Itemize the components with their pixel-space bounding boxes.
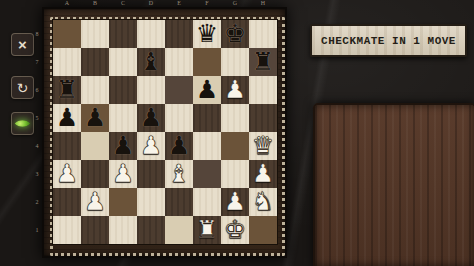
piece-black-pawn-b5[interactable]: ♟ <box>81 104 109 132</box>
square-c5[interactable] <box>109 104 137 132</box>
square-e4[interactable]: ♟ <box>165 132 193 160</box>
undo-button[interactable]: ↻ <box>11 76 34 99</box>
rank-label-8: 8 <box>33 20 41 48</box>
square-g7[interactable] <box>221 48 249 76</box>
piece-white-bishop-e3[interactable]: ♝ <box>165 160 193 188</box>
close-icon: × <box>18 37 27 52</box>
square-c3[interactable]: ♟ <box>109 160 137 188</box>
piece-black-rook-a6[interactable]: ♜ <box>53 76 81 104</box>
piece-black-pawn-a5[interactable]: ♟ <box>53 104 81 132</box>
square-b3[interactable] <box>81 160 109 188</box>
hint-button[interactable] <box>11 112 34 135</box>
square-d3[interactable] <box>137 160 165 188</box>
square-f3[interactable] <box>193 160 221 188</box>
square-c4[interactable]: ♟ <box>109 132 137 160</box>
square-d6[interactable] <box>137 76 165 104</box>
square-f5[interactable] <box>193 104 221 132</box>
square-a1[interactable] <box>53 216 81 244</box>
square-a2[interactable] <box>53 188 81 216</box>
square-h2[interactable]: ♞ <box>249 188 277 216</box>
rank-label-4: 4 <box>33 132 41 160</box>
square-c2[interactable] <box>109 188 137 216</box>
piece-white-pawn-c3[interactable]: ♟ <box>109 160 137 188</box>
file-label-c: C <box>109 0 137 6</box>
file-label-b: B <box>81 0 109 6</box>
square-e3[interactable]: ♝ <box>165 160 193 188</box>
piece-black-bishop-d7[interactable]: ♝ <box>137 48 165 76</box>
square-e7[interactable] <box>165 48 193 76</box>
square-d1[interactable] <box>137 216 165 244</box>
square-f8[interactable]: ♛ <box>193 20 221 48</box>
piece-black-pawn-d5[interactable]: ♟ <box>137 104 165 132</box>
square-d7[interactable]: ♝ <box>137 48 165 76</box>
square-a8[interactable] <box>53 20 81 48</box>
square-g5[interactable] <box>221 104 249 132</box>
hint-leaf-icon <box>15 116 31 132</box>
puzzle-objective-text: CHECKMATE IN 1 MOVE <box>321 35 456 47</box>
file-label-a: A <box>53 0 81 6</box>
square-g3[interactable] <box>221 160 249 188</box>
rank-label-1: 1 <box>33 216 41 244</box>
file-label-f: F <box>193 0 221 6</box>
side-wood-panel <box>313 103 474 266</box>
square-h1[interactable] <box>249 216 277 244</box>
square-d2[interactable] <box>137 188 165 216</box>
square-h4[interactable]: ♛ <box>249 132 277 160</box>
chess-board: ♛♚♝♜♜♟♟♟♟♟♟♟♟♛♟♟♝♟♟♟♞♜♚ <box>53 20 277 244</box>
square-h7[interactable]: ♜ <box>249 48 277 76</box>
undo-icon: ↻ <box>17 81 29 95</box>
square-g8[interactable]: ♚ <box>221 20 249 48</box>
square-d5[interactable]: ♟ <box>137 104 165 132</box>
rank-label-2: 2 <box>33 188 41 216</box>
square-e5[interactable] <box>165 104 193 132</box>
square-f4[interactable] <box>193 132 221 160</box>
square-d8[interactable] <box>137 20 165 48</box>
rank-label-5: 5 <box>33 104 41 132</box>
square-g6[interactable]: ♟ <box>221 76 249 104</box>
piece-black-rook-h7[interactable]: ♜ <box>249 48 277 76</box>
square-c1[interactable] <box>109 216 137 244</box>
square-a3[interactable]: ♟ <box>53 160 81 188</box>
square-g1[interactable]: ♚ <box>221 216 249 244</box>
piece-white-pawn-a3[interactable]: ♟ <box>53 160 81 188</box>
square-e8[interactable] <box>165 20 193 48</box>
rank-label-6: 6 <box>33 76 41 104</box>
piece-white-pawn-d4[interactable]: ♟ <box>137 132 165 160</box>
square-a5[interactable]: ♟ <box>53 104 81 132</box>
square-c7[interactable] <box>109 48 137 76</box>
piece-white-pawn-h3[interactable]: ♟ <box>249 160 277 188</box>
square-b2[interactable]: ♟ <box>81 188 109 216</box>
square-e1[interactable] <box>165 216 193 244</box>
square-c8[interactable] <box>109 20 137 48</box>
piece-white-pawn-b2[interactable]: ♟ <box>81 188 109 216</box>
square-b8[interactable] <box>81 20 109 48</box>
piece-white-king-g1[interactable]: ♚ <box>221 216 249 244</box>
file-label-h: H <box>249 0 277 6</box>
square-b6[interactable] <box>81 76 109 104</box>
square-b1[interactable] <box>81 216 109 244</box>
square-b7[interactable] <box>81 48 109 76</box>
piece-white-queen-h4[interactable]: ♛ <box>249 132 277 160</box>
game-screen: × ↻ ABCDEFGH 87654321 ♛♚♝♜♜♟♟♟♟♟♟♟♟♛♟♟♝♟… <box>0 0 474 266</box>
file-label-e: E <box>165 0 193 6</box>
square-e6[interactable] <box>165 76 193 104</box>
piece-black-pawn-e4[interactable]: ♟ <box>165 132 193 160</box>
square-g4[interactable] <box>221 132 249 160</box>
square-h5[interactable] <box>249 104 277 132</box>
close-button[interactable]: × <box>11 33 34 56</box>
piece-black-pawn-c4[interactable]: ♟ <box>109 132 137 160</box>
piece-white-rook-f1[interactable]: ♜ <box>193 216 221 244</box>
piece-white-knight-h2[interactable]: ♞ <box>249 188 277 216</box>
file-label-g: G <box>221 0 249 6</box>
square-b5[interactable]: ♟ <box>81 104 109 132</box>
piece-white-pawn-g2[interactable]: ♟ <box>221 188 249 216</box>
square-h3[interactable]: ♟ <box>249 160 277 188</box>
piece-black-king-g8[interactable]: ♚ <box>221 20 249 48</box>
square-a6[interactable]: ♜ <box>53 76 81 104</box>
rank-label-3: 3 <box>33 160 41 188</box>
square-g2[interactable]: ♟ <box>221 188 249 216</box>
piece-black-pawn-f6[interactable]: ♟ <box>193 76 221 104</box>
square-f7[interactable] <box>193 48 221 76</box>
square-f1[interactable]: ♜ <box>193 216 221 244</box>
piece-black-queen-f8[interactable]: ♛ <box>193 20 221 48</box>
square-a4[interactable] <box>53 132 81 160</box>
rank-label-7: 7 <box>33 48 41 76</box>
piece-white-pawn-g6[interactable]: ♟ <box>221 76 249 104</box>
square-a7[interactable] <box>53 48 81 76</box>
square-e2[interactable] <box>165 188 193 216</box>
square-h8[interactable] <box>249 20 277 48</box>
file-label-d: D <box>137 0 165 6</box>
square-f6[interactable]: ♟ <box>193 76 221 104</box>
square-h6[interactable] <box>249 76 277 104</box>
square-b4[interactable] <box>81 132 109 160</box>
square-f2[interactable] <box>193 188 221 216</box>
square-c6[interactable] <box>109 76 137 104</box>
square-d4[interactable]: ♟ <box>137 132 165 160</box>
puzzle-plaque: CHECKMATE IN 1 MOVE <box>310 24 467 57</box>
